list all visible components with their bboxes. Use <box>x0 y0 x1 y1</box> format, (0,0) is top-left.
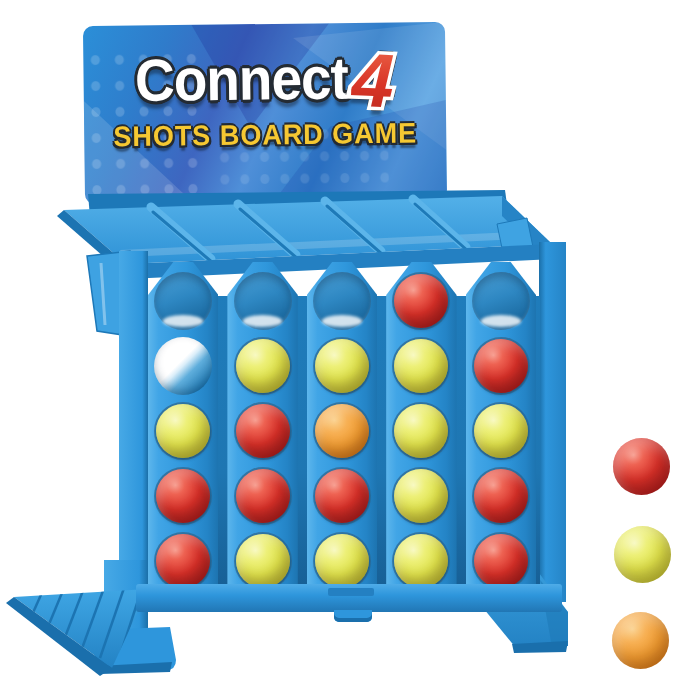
cell-r1c5[interactable] <box>466 268 536 333</box>
flap-ridge <box>101 263 105 325</box>
loose-ball-yellow[interactable] <box>614 526 671 583</box>
tray-floor <box>64 196 552 264</box>
cell-r3c1[interactable] <box>148 398 218 463</box>
red-ball <box>156 469 210 523</box>
empty-hole <box>472 272 530 330</box>
board-column-5[interactable] <box>466 262 536 593</box>
empty-hole-white <box>154 337 212 395</box>
cell-r3c2[interactable] <box>227 398 297 463</box>
empty-hole <box>234 272 292 330</box>
yellow-ball <box>156 404 210 458</box>
hole <box>234 532 292 590</box>
hole <box>313 337 371 395</box>
yellow-ball <box>236 339 290 393</box>
hole <box>234 402 292 460</box>
cell-r3c5[interactable] <box>466 398 536 463</box>
logo-connect-text: Connect <box>135 49 349 111</box>
red-ball <box>474 469 528 523</box>
orange-ball <box>315 404 369 458</box>
right-frame-bar <box>539 242 566 602</box>
yellow-ball <box>315 534 369 588</box>
tray-floor-highlight <box>120 231 545 257</box>
yellow-ball <box>236 534 290 588</box>
cell-r1c1[interactable] <box>148 268 218 333</box>
yellow-ball <box>394 469 448 523</box>
red-ball <box>236 469 290 523</box>
cell-r2c3[interactable] <box>307 333 377 398</box>
yellow-ball <box>474 404 528 458</box>
hole <box>392 402 450 460</box>
empty-hole <box>313 272 371 330</box>
left-frame-bar <box>119 251 148 601</box>
rail-tab <box>334 610 372 622</box>
yellow-ball <box>394 404 448 458</box>
hole <box>472 337 530 395</box>
hole <box>154 402 212 460</box>
hole <box>313 402 371 460</box>
red-ball <box>156 534 210 588</box>
red-ball <box>394 274 448 328</box>
board-column-3[interactable] <box>307 262 377 593</box>
tray-left-flap <box>87 251 136 337</box>
hole <box>154 467 212 525</box>
left-foot-shadow <box>98 662 172 674</box>
logo-4-wrap: 4 4 <box>350 42 395 120</box>
left-foot-pad <box>93 627 176 672</box>
hole <box>234 337 292 395</box>
cell-r4c1[interactable] <box>148 463 218 528</box>
cell-r1c2[interactable] <box>227 268 297 333</box>
tray-right-wall <box>502 196 552 264</box>
cell-r4c3[interactable] <box>307 463 377 528</box>
loose-ball-orange[interactable] <box>612 612 669 669</box>
cell-r3c3[interactable] <box>307 398 377 463</box>
red-ball <box>236 404 290 458</box>
tray-right-tab <box>497 218 533 253</box>
cell-r3c4[interactable] <box>386 398 456 463</box>
hole <box>392 337 450 395</box>
cell-r2c1[interactable] <box>148 333 218 398</box>
logo-4-text: 4 <box>350 37 396 124</box>
board-column-1[interactable] <box>148 262 218 593</box>
red-ball <box>315 469 369 523</box>
yellow-ball <box>315 339 369 393</box>
connect4-board <box>148 262 536 592</box>
right-foot-shadow <box>512 641 568 653</box>
hole <box>392 532 450 590</box>
tray-left-edge <box>57 210 126 270</box>
cell-r4c4[interactable] <box>386 463 456 528</box>
hole <box>392 467 450 525</box>
loose-ball-red[interactable] <box>613 438 670 495</box>
board-column-4[interactable] <box>386 262 456 593</box>
hole <box>472 402 530 460</box>
cell-r1c3[interactable] <box>307 268 377 333</box>
cell-r2c2[interactable] <box>227 333 297 398</box>
left-wedge-bottom <box>6 597 112 676</box>
logo-subtitle: SHOTS BOARD GAME <box>84 118 446 154</box>
wedge-ridges <box>20 588 142 662</box>
hole <box>313 467 371 525</box>
hole <box>234 467 292 525</box>
yellow-ball <box>394 339 448 393</box>
bottom-rail <box>136 584 562 612</box>
board-column-2[interactable] <box>227 262 297 593</box>
backdrop-card: Connect 4 4 SHOTS BOARD GAME <box>83 22 447 204</box>
tray-dividers <box>151 199 468 263</box>
empty-hole <box>154 272 212 330</box>
red-ball <box>474 339 528 393</box>
cell-r4c2[interactable] <box>227 463 297 528</box>
yellow-ball <box>394 534 448 588</box>
hole <box>392 272 450 330</box>
red-ball <box>474 534 528 588</box>
cell-r2c5[interactable] <box>466 333 536 398</box>
hole <box>472 467 530 525</box>
cell-r2c4[interactable] <box>386 333 456 398</box>
cell-r1c4[interactable] <box>386 268 456 333</box>
hole <box>154 532 212 590</box>
left-wedge-foot <box>14 589 148 668</box>
hole <box>472 532 530 590</box>
hole <box>313 532 371 590</box>
product-photo-scene: Connect 4 4 SHOTS BOARD GAME <box>0 0 700 700</box>
rail-slot <box>328 588 374 596</box>
game-logo: Connect 4 4 SHOTS BOARD GAME <box>83 50 446 153</box>
cell-r4c5[interactable] <box>466 463 536 528</box>
